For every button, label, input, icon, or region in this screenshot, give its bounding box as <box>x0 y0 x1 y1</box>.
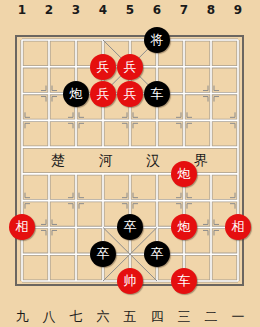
piece-black-general[interactable]: 将 <box>144 27 170 53</box>
piece-black-soldier[interactable]: 卒 <box>90 241 116 267</box>
bottom-file-label: 八 <box>36 309 63 325</box>
bottom-file-label: 九 <box>9 309 36 325</box>
bottom-file-label: 二 <box>198 309 225 325</box>
bottom-file-label: 三 <box>171 309 198 325</box>
piece-red-cannon[interactable]: 炮 <box>171 214 197 240</box>
piece-red-elephant[interactable]: 相 <box>225 214 251 240</box>
piece-red-elephant[interactable]: 相 <box>9 214 35 240</box>
piece-red-soldier[interactable]: 兵 <box>117 54 143 80</box>
bottom-file-label: 五 <box>117 309 144 325</box>
xiangqi-app: 123456789 楚河汉界 将兵兵炮兵兵车炮相卒炮相卒卒帅车 九八七六五四三二… <box>0 0 260 327</box>
piece-red-general[interactable]: 帅 <box>117 268 143 294</box>
piece-black-chariot[interactable]: 车 <box>144 81 170 107</box>
bottom-file-label: 七 <box>63 309 90 325</box>
piece-black-soldier[interactable]: 卒 <box>144 241 170 267</box>
bottom-file-label: 四 <box>144 309 171 325</box>
piece-red-cannon[interactable]: 炮 <box>171 161 197 187</box>
piece-black-cannon[interactable]: 炮 <box>63 81 89 107</box>
xiangqi-board: 将兵兵炮兵兵车炮相卒炮相卒卒帅车 <box>9 27 252 295</box>
bottom-file-label: 六 <box>90 309 117 325</box>
bottom-file-label: 一 <box>225 309 252 325</box>
piece-red-soldier[interactable]: 兵 <box>90 81 116 107</box>
piece-black-soldier[interactable]: 卒 <box>117 214 143 240</box>
piece-red-soldier[interactable]: 兵 <box>117 81 143 107</box>
piece-red-soldier[interactable]: 兵 <box>90 54 116 80</box>
piece-red-chariot[interactable]: 车 <box>171 268 197 294</box>
